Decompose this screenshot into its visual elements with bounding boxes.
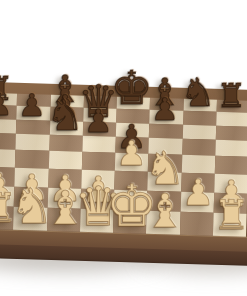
square-b4[interactable] xyxy=(15,150,49,168)
piece-black-rook-h8[interactable]: ♜ xyxy=(217,81,246,114)
chess-set-photo: ♜♝♚♝♞♜♟♟♟♛♟♞♟♟♟♞♟♟♟♟♟♟♜♞♝♛♚♝♜ xyxy=(0,0,247,296)
square-h5[interactable] xyxy=(215,140,247,157)
square-b5[interactable] xyxy=(16,134,50,151)
square-a4[interactable] xyxy=(0,149,16,167)
square-c4[interactable] xyxy=(48,151,82,169)
piece-white-bishop-f1[interactable]: ♝ xyxy=(144,188,186,234)
piece-white-rook-h1[interactable]: ♜ xyxy=(213,195,247,236)
piece-black-knight-c6[interactable]: ♞ xyxy=(46,95,84,137)
piece-white-pawn-g2[interactable]: ♟ xyxy=(182,176,214,212)
square-g6[interactable] xyxy=(182,125,216,141)
square-g5[interactable] xyxy=(182,139,216,156)
piece-black-pawn-f7[interactable]: ♟ xyxy=(151,93,179,124)
piece-black-pawn-d6[interactable]: ♟ xyxy=(84,105,113,137)
piece-black-knight-g8[interactable]: ♞ xyxy=(181,74,216,113)
square-h6[interactable] xyxy=(216,126,247,142)
piece-black-pawn-b7[interactable]: ♟ xyxy=(18,89,46,120)
square-g4[interactable] xyxy=(181,155,215,173)
square-a5[interactable] xyxy=(0,133,16,150)
piece-white-pawn-e4[interactable]: ♟ xyxy=(116,136,147,170)
square-d4[interactable] xyxy=(82,152,116,170)
square-h4[interactable] xyxy=(215,156,247,174)
piece-black-pawn-a7[interactable]: ♟ xyxy=(0,88,13,119)
